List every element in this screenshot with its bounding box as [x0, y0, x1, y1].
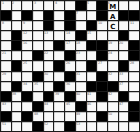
- block-cell-r12c13: [129, 112, 139, 121]
- clue-number: 37: [119, 82, 123, 85]
- cell-r1c1[interactable]: 1: [1, 1, 11, 10]
- block-cell-r9c10: [97, 82, 107, 91]
- clue-number: 34: [23, 82, 27, 85]
- cell-r3c3[interactable]: 9: [22, 21, 32, 30]
- block-cell-r3c7: [65, 21, 75, 30]
- cell-r1c3[interactable]: [22, 1, 32, 10]
- cell-r8c2[interactable]: [12, 72, 22, 81]
- cell-r6c6[interactable]: [54, 51, 64, 60]
- cell-r12c6[interactable]: [54, 112, 64, 121]
- cell-r1c6[interactable]: 4: [54, 1, 64, 10]
- block-cell-r10c3: [22, 92, 32, 101]
- cell-r8c13[interactable]: [129, 72, 139, 81]
- cell-r8c1[interactable]: 29: [1, 72, 11, 81]
- cell-r4c7[interactable]: 14: [65, 31, 75, 40]
- cell-r4c3[interactable]: 12: [22, 31, 32, 40]
- cell-r7c5[interactable]: [44, 61, 54, 70]
- clue-number: 31: [76, 72, 80, 75]
- block-cell-r8c10: [97, 72, 107, 81]
- cell-r2c9[interactable]: [87, 11, 97, 20]
- block-cell-r8c4: [33, 72, 43, 81]
- cell-r11c1[interactable]: 43: [1, 102, 11, 111]
- block-cell-r2c12: [119, 11, 129, 20]
- clue-number: 30: [44, 72, 48, 75]
- block-cell-r4c2: [12, 31, 22, 40]
- cell-r9c1[interactable]: [1, 82, 11, 91]
- block-cell-r13c7: [65, 122, 75, 131]
- clue-number: 9: [23, 21, 25, 24]
- clue-number: 1: [2, 1, 4, 4]
- block-cell-r3c5: [44, 21, 54, 30]
- clue-number: 11: [130, 21, 134, 24]
- cell-r4c6[interactable]: [54, 31, 64, 40]
- clue-number: 25: [23, 61, 27, 64]
- cell-r13c6[interactable]: [54, 122, 64, 131]
- cell-r6c5[interactable]: 22: [44, 51, 54, 60]
- block-cell-r8c7: [65, 72, 75, 81]
- cell-r12c5[interactable]: [44, 112, 54, 121]
- block-cell-r2c1: [1, 11, 11, 20]
- cell-r10c2[interactable]: 38: [12, 92, 22, 101]
- cell-r13c12[interactable]: [119, 122, 129, 131]
- cell-r1c12[interactable]: [119, 1, 129, 10]
- cell-r11c10[interactable]: [97, 102, 107, 111]
- clue-number: 3: [34, 1, 36, 4]
- block-cell-r2c5: [44, 11, 54, 20]
- cell-r11c12[interactable]: 47: [119, 102, 129, 111]
- cell-r3c6[interactable]: [54, 21, 64, 30]
- cell-r12c4[interactable]: 48: [33, 112, 43, 121]
- cell-r13c2[interactable]: [12, 122, 22, 131]
- cell-r9c12[interactable]: 37: [119, 82, 129, 91]
- cell-r10c11[interactable]: 42: [108, 92, 118, 101]
- block-cell-r11c13: [129, 102, 139, 111]
- block-cell-r5c9: [87, 41, 97, 50]
- clue-number: 12: [23, 31, 27, 34]
- block-cell-r9c6: [54, 82, 64, 91]
- clue-number: 2: [12, 1, 14, 4]
- cell-r10c9[interactable]: 41: [87, 92, 97, 101]
- clue-number: 32: [108, 72, 112, 75]
- clue-number: 47: [119, 102, 123, 105]
- block-cell-r9c2: [12, 82, 22, 91]
- cell-r12c9[interactable]: [87, 112, 97, 121]
- cell-r6c8[interactable]: 23: [76, 51, 86, 60]
- cell-r1c4[interactable]: 3: [33, 1, 43, 10]
- cell-r1c5[interactable]: [44, 1, 54, 10]
- cell-r9c7[interactable]: 36: [65, 82, 75, 91]
- clue-number: 10: [98, 21, 102, 24]
- clue-number: 13: [44, 31, 48, 34]
- block-cell-r2c7: [65, 11, 75, 20]
- cell-r3c4[interactable]: [33, 21, 43, 30]
- cell-r11c2[interactable]: [12, 102, 22, 111]
- cell-r13c13[interactable]: [129, 122, 139, 131]
- entered-letter: C: [108, 23, 118, 30]
- cell-r5c12[interactable]: 20: [119, 41, 129, 50]
- cell-r3c10[interactable]: 10: [97, 21, 107, 30]
- cell-r7c8[interactable]: [76, 61, 86, 70]
- cell-r3c2[interactable]: [12, 21, 22, 30]
- cell-r4c1[interactable]: [1, 31, 11, 40]
- cell-r9c13[interactable]: [129, 82, 139, 91]
- clue-number: 40: [76, 92, 80, 95]
- block-cell-r12c10: [97, 112, 107, 121]
- clue-number: 38: [12, 92, 16, 95]
- block-cell-r11c8: [76, 102, 86, 111]
- cell-r5c4[interactable]: [33, 41, 43, 50]
- cell-r4c9[interactable]: 15: [87, 31, 97, 40]
- cell-r9c3[interactable]: 34: [22, 82, 32, 91]
- clue-number: 15: [87, 31, 91, 34]
- block-cell-r7c9: [87, 61, 97, 70]
- block-cell-r9c11: [108, 82, 118, 91]
- cell-r7c7[interactable]: 26: [65, 61, 75, 70]
- cell-r8c6[interactable]: [54, 72, 64, 81]
- clue-number: 24: [108, 51, 112, 54]
- clue-number: 20: [119, 41, 123, 44]
- clue-number: 5: [87, 1, 89, 4]
- cell-r10c13[interactable]: [129, 92, 139, 101]
- cell-r3c8[interactable]: [76, 21, 86, 30]
- cell-r1c7[interactable]: [65, 1, 75, 10]
- block-cell-r10c12: [119, 92, 129, 101]
- cell-r6c9[interactable]: [87, 51, 97, 60]
- cell-r5c3[interactable]: 16: [22, 41, 32, 50]
- cell-r8c11[interactable]: 32: [108, 72, 118, 81]
- clue-number: 22: [44, 51, 48, 54]
- clue-number: 46: [87, 102, 91, 105]
- cell-r9c5[interactable]: [44, 82, 54, 91]
- clue-number: 21: [2, 51, 6, 54]
- cell-r4c10[interactable]: [97, 31, 107, 40]
- clue-number: 19: [108, 41, 112, 44]
- cell-r1c9[interactable]: 5: [87, 1, 97, 10]
- cell-r7c1[interactable]: [1, 61, 11, 70]
- cell-r1c11[interactable]: 6M: [108, 1, 118, 10]
- block-cell-r6c7: [65, 51, 75, 60]
- clue-number: 48: [34, 112, 38, 115]
- clue-number: 51: [2, 122, 6, 125]
- block-cell-r11c4: [33, 102, 43, 111]
- block-cell-r3c9: [87, 21, 97, 30]
- cell-r13c1[interactable]: 51: [1, 122, 11, 131]
- cell-r13c5[interactable]: 52: [44, 122, 54, 131]
- clue-number: 14: [66, 31, 70, 34]
- block-cell-r10c1: [1, 92, 11, 101]
- block-cell-r12c3: [22, 112, 32, 121]
- cell-r11c9[interactable]: 46: [87, 102, 97, 111]
- cell-r5c8[interactable]: 18: [76, 41, 86, 50]
- cell-r11c7[interactable]: 45: [65, 102, 75, 111]
- cell-r9c4[interactable]: 35: [33, 82, 43, 91]
- cell-r5c11[interactable]: 19: [108, 41, 118, 50]
- clue-number: 18: [76, 41, 80, 44]
- block-cell-r10c5: [44, 92, 54, 101]
- block-cell-r1c10: [97, 1, 107, 10]
- block-cell-r10c7: [65, 92, 75, 101]
- block-cell-r5c2: [12, 41, 22, 50]
- entered-letter: M: [108, 3, 118, 10]
- cell-r6c12[interactable]: [119, 51, 129, 60]
- cell-r7c10[interactable]: 27: [97, 61, 107, 70]
- clue-number: 43: [2, 102, 6, 105]
- crossword-grid: 123456M7A8910C11121314151617181920212223…: [0, 0, 140, 132]
- cell-r12c7[interactable]: [65, 112, 75, 121]
- cell-r8c12[interactable]: 33: [119, 72, 129, 81]
- clue-number: 36: [66, 82, 70, 85]
- block-cell-r6c10: [97, 51, 107, 60]
- clue-number: 53: [76, 122, 80, 125]
- cell-r8c5[interactable]: 30: [44, 72, 54, 81]
- cell-r11c11[interactable]: [108, 102, 118, 111]
- cell-r5c5[interactable]: [44, 41, 54, 50]
- cell-r3c12[interactable]: [119, 21, 129, 30]
- entered-letter: A: [108, 13, 118, 20]
- cell-r8c3[interactable]: [22, 72, 32, 81]
- cell-r7c13[interactable]: 28: [129, 61, 139, 70]
- cell-r6c11[interactable]: 24: [108, 51, 118, 60]
- cell-r12c2[interactable]: [12, 112, 22, 121]
- cell-r11c5[interactable]: 44: [44, 102, 54, 111]
- block-cell-r7c2: [12, 61, 22, 70]
- clue-number: 29: [2, 72, 6, 75]
- clue-number: 27: [98, 61, 102, 64]
- cell-r13c8[interactable]: 53: [76, 122, 86, 131]
- block-cell-r13c4: [33, 122, 43, 131]
- block-cell-r7c12: [119, 61, 129, 70]
- block-cell-r2c10: [97, 11, 107, 20]
- clue-number: 39: [55, 92, 59, 95]
- block-cell-r2c13: [129, 11, 139, 20]
- cell-r10c8[interactable]: 40: [76, 92, 86, 101]
- cell-r7c4[interactable]: [33, 61, 43, 70]
- clue-number: 23: [76, 51, 80, 54]
- clue-number: 17: [66, 41, 70, 44]
- cell-r12c11[interactable]: 50: [108, 112, 118, 121]
- cell-r8c9[interactable]: [87, 72, 97, 81]
- clue-number: 41: [87, 92, 91, 95]
- cell-r2c11[interactable]: A: [108, 11, 118, 20]
- block-cell-r2c3: [22, 11, 32, 20]
- block-cell-r12c1: [1, 112, 11, 121]
- cell-r12c8[interactable]: 49: [76, 112, 86, 121]
- cell-r12c12[interactable]: [119, 112, 129, 121]
- clue-number: 7: [76, 11, 78, 14]
- clue-number: 28: [130, 61, 134, 64]
- cell-r11c6[interactable]: [54, 102, 64, 111]
- block-cell-r5c13: [129, 41, 139, 50]
- block-cell-r6c13: [129, 51, 139, 60]
- block-cell-r4c12: [119, 31, 129, 40]
- cell-r6c3[interactable]: [22, 51, 32, 60]
- clue-number: 4: [55, 1, 57, 4]
- cell-r4c11[interactable]: [108, 31, 118, 40]
- cell-r10c4[interactable]: [33, 92, 43, 101]
- cell-r5c1[interactable]: [1, 41, 11, 50]
- clue-number: 26: [66, 61, 70, 64]
- cell-r4c5[interactable]: 13: [44, 31, 54, 40]
- cell-r7c11[interactable]: [108, 61, 118, 70]
- cell-r8c8[interactable]: 31: [76, 72, 86, 81]
- clue-number: 35: [34, 82, 38, 85]
- cell-r9c8[interactable]: [76, 82, 86, 91]
- clue-number: 16: [23, 41, 27, 44]
- cell-r1c2[interactable]: 2: [12, 1, 22, 10]
- block-cell-r5c6: [54, 41, 64, 50]
- cell-r2c2[interactable]: [12, 11, 22, 20]
- cell-r3c13[interactable]: 11: [129, 21, 139, 30]
- cell-r13c9[interactable]: [87, 122, 97, 131]
- block-cell-r4c8: [76, 31, 86, 40]
- cell-r13c11[interactable]: [108, 122, 118, 131]
- cell-r4c13[interactable]: [129, 31, 139, 40]
- cell-r6c2[interactable]: [12, 51, 22, 60]
- block-cell-r6c4: [33, 51, 43, 60]
- clue-number: 52: [44, 122, 48, 125]
- clue-number: 49: [76, 112, 80, 115]
- clue-number: 42: [108, 92, 112, 95]
- cell-r4c4[interactable]: [33, 31, 43, 40]
- block-cell-r10c10: [97, 92, 107, 101]
- cell-r11c3[interactable]: [22, 102, 32, 111]
- block-cell-r5c10: [97, 41, 107, 50]
- cell-r2c8[interactable]: 7: [76, 11, 86, 20]
- cell-r6c1[interactable]: 21: [1, 51, 11, 60]
- clue-number: 50: [108, 112, 112, 115]
- clue-number: 8: [2, 21, 4, 24]
- block-cell-r1c8: [76, 1, 86, 10]
- clue-number: 33: [119, 72, 123, 75]
- cell-r2c4[interactable]: [33, 11, 43, 20]
- cell-r2c6[interactable]: [54, 11, 64, 20]
- cell-r10c6[interactable]: 39: [54, 92, 64, 101]
- cell-r1c13[interactable]: [129, 1, 139, 10]
- cell-r3c11[interactable]: C: [108, 21, 118, 30]
- block-cell-r9c9: [87, 82, 97, 91]
- clue-number: 6: [108, 1, 110, 4]
- cell-r13c10[interactable]: [97, 122, 107, 131]
- clue-number: 45: [66, 102, 70, 105]
- cell-r3c1[interactable]: 8: [1, 21, 11, 30]
- block-cell-r7c6: [54, 61, 64, 70]
- cell-r7c3[interactable]: 25: [22, 61, 32, 70]
- cell-r5c7[interactable]: 17: [65, 41, 75, 50]
- clue-number: 44: [44, 102, 48, 105]
- cell-r13c3[interactable]: [22, 122, 32, 131]
